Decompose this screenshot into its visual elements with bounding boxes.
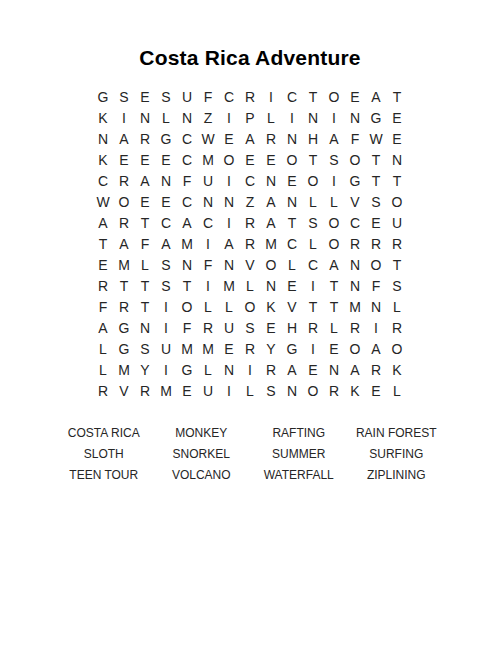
word-list-item: SNORKEL	[153, 444, 251, 465]
grid-cell[interactable]: L	[240, 381, 261, 402]
grid-cell[interactable]: N	[282, 192, 303, 213]
grid-cell[interactable]: R	[198, 318, 219, 339]
grid-cell[interactable]: C	[177, 150, 198, 171]
grid-cell[interactable]: E	[135, 150, 156, 171]
grid-cell[interactable]: F	[198, 255, 219, 276]
grid-cell[interactable]: R	[303, 318, 324, 339]
grid-cell[interactable]: L	[93, 339, 114, 360]
grid-cell[interactable]: N	[345, 108, 366, 129]
grid-cell[interactable]: P	[240, 108, 261, 129]
grid-cell[interactable]: T	[93, 234, 114, 255]
grid-cell[interactable]: M	[219, 276, 240, 297]
grid-cell[interactable]: E	[219, 129, 240, 150]
grid-cell[interactable]: R	[345, 318, 366, 339]
grid-cell[interactable]: E	[261, 150, 282, 171]
grid-cell[interactable]: U	[177, 87, 198, 108]
grid-cell[interactable]: R	[93, 381, 114, 402]
grid-cell[interactable]: R	[261, 129, 282, 150]
grid-cell[interactable]: T	[135, 213, 156, 234]
grid-cell[interactable]: F	[366, 276, 387, 297]
grid-cell[interactable]: W	[198, 129, 219, 150]
grid-cell[interactable]: E	[282, 276, 303, 297]
grid-cell[interactable]: E	[366, 213, 387, 234]
grid-cell[interactable]: M	[156, 381, 177, 402]
grid-cell[interactable]: G	[93, 87, 114, 108]
grid-cell[interactable]: I	[156, 360, 177, 381]
grid-cell[interactable]: S	[261, 381, 282, 402]
grid-cell[interactable]: N	[219, 192, 240, 213]
grid-cell[interactable]: L	[387, 297, 408, 318]
grid-cell[interactable]: T	[324, 297, 345, 318]
grid-cell[interactable]: T	[303, 87, 324, 108]
grid-cell[interactable]: S	[156, 276, 177, 297]
word-list-item: RAIN FOREST	[348, 423, 446, 444]
grid-cell[interactable]: K	[93, 150, 114, 171]
word-list-item: SURFING	[348, 444, 446, 465]
grid-cell[interactable]: T	[303, 297, 324, 318]
grid-cell[interactable]: E	[135, 192, 156, 213]
grid-cell[interactable]: G	[156, 129, 177, 150]
grid-cell[interactable]: H	[303, 129, 324, 150]
grid-cell[interactable]: G	[366, 108, 387, 129]
grid-cell[interactable]: O	[114, 192, 135, 213]
grid-cell[interactable]: R	[261, 360, 282, 381]
grid-cell[interactable]: E	[240, 150, 261, 171]
word-list: COSTA RICAMONKEYRAFTINGRAIN FORESTSLOTHS…	[55, 423, 445, 486]
grid-cell[interactable]: A	[219, 234, 240, 255]
grid-cell[interactable]: G	[177, 360, 198, 381]
grid-cell[interactable]: L	[261, 108, 282, 129]
grid-cell[interactable]: O	[177, 297, 198, 318]
grid-cell[interactable]: N	[156, 171, 177, 192]
grid-cell[interactable]: I	[324, 108, 345, 129]
grid-cell[interactable]: I	[324, 171, 345, 192]
grid-cell[interactable]: N	[219, 255, 240, 276]
grid-cell[interactable]: A	[93, 318, 114, 339]
grid-cell[interactable]: O	[387, 339, 408, 360]
grid-cell[interactable]: N	[324, 360, 345, 381]
grid-cell[interactable]: F	[93, 297, 114, 318]
grid-cell[interactable]: K	[387, 360, 408, 381]
grid-cell[interactable]: S	[387, 276, 408, 297]
grid-cell[interactable]: C	[156, 213, 177, 234]
grid-cell[interactable]: E	[282, 171, 303, 192]
grid-cell[interactable]: T	[114, 276, 135, 297]
grid-cell[interactable]: N	[345, 255, 366, 276]
grid-cell[interactable]: M	[177, 339, 198, 360]
grid-cell[interactable]: A	[324, 129, 345, 150]
grid-cell[interactable]: R	[366, 234, 387, 255]
grid-cell[interactable]: L	[324, 318, 345, 339]
grid-cell[interactable]: N	[135, 108, 156, 129]
grid-cell[interactable]: G	[114, 318, 135, 339]
grid-cell[interactable]: O	[240, 297, 261, 318]
grid-cell[interactable]: N	[219, 360, 240, 381]
grid-cell[interactable]: A	[261, 192, 282, 213]
grid-cell[interactable]: N	[93, 129, 114, 150]
grid-cell[interactable]: I	[198, 276, 219, 297]
grid-cell[interactable]: I	[114, 108, 135, 129]
grid-cell[interactable]: S	[156, 255, 177, 276]
grid-cell[interactable]: S	[324, 150, 345, 171]
grid-cell[interactable]: S	[240, 318, 261, 339]
grid-cell[interactable]: I	[366, 318, 387, 339]
grid-cell[interactable]: M	[198, 150, 219, 171]
grid-cell[interactable]: L	[303, 192, 324, 213]
grid-cell[interactable]: T	[324, 276, 345, 297]
grid-cell[interactable]: O	[366, 255, 387, 276]
grid-cell[interactable]: R	[387, 318, 408, 339]
grid-cell[interactable]: A	[135, 171, 156, 192]
grid-cell[interactable]: I	[303, 276, 324, 297]
grid-cell[interactable]: S	[135, 339, 156, 360]
grid-cell[interactable]: N	[282, 381, 303, 402]
grid-cell[interactable]: E	[345, 87, 366, 108]
word-search-grid: GSESUFCRICTOEATKINLNZIPLININGENARGCWEARN…	[93, 87, 408, 402]
grid-cell[interactable]: R	[135, 381, 156, 402]
grid-cell[interactable]: T	[366, 150, 387, 171]
grid-cell[interactable]: C	[282, 234, 303, 255]
grid-cell[interactable]: O	[282, 150, 303, 171]
grid-cell[interactable]: Z	[240, 192, 261, 213]
grid-cell[interactable]: R	[387, 234, 408, 255]
grid-cell[interactable]: E	[324, 339, 345, 360]
grid-cell[interactable]: R	[240, 234, 261, 255]
grid-cell[interactable]: M	[114, 360, 135, 381]
grid-cell[interactable]: A	[345, 360, 366, 381]
grid-cell[interactable]: V	[240, 255, 261, 276]
grid-cell[interactable]: R	[324, 381, 345, 402]
word-list-item: ZIPLINING	[348, 465, 446, 486]
grid-cell[interactable]: T	[135, 276, 156, 297]
puzzle-title: Costa Rica Adventure	[0, 0, 500, 70]
grid-cell[interactable]: O	[387, 192, 408, 213]
grid-cell[interactable]: A	[282, 360, 303, 381]
grid-cell[interactable]: I	[156, 297, 177, 318]
grid-cell[interactable]: L	[198, 360, 219, 381]
grid-cell[interactable]: T	[135, 297, 156, 318]
grid-cell[interactable]: F	[198, 87, 219, 108]
grid-cell[interactable]: M	[261, 234, 282, 255]
grid-cell[interactable]: S	[366, 192, 387, 213]
grid-cell[interactable]: K	[345, 381, 366, 402]
word-list-item: MONKEY	[153, 423, 251, 444]
grid-cell[interactable]: E	[114, 150, 135, 171]
grid-cell[interactable]: I	[282, 108, 303, 129]
grid-cell[interactable]: F	[345, 129, 366, 150]
grid-cell[interactable]: E	[177, 381, 198, 402]
grid-cell[interactable]: G	[345, 171, 366, 192]
grid-cell[interactable]: A	[240, 129, 261, 150]
grid-cell[interactable]: L	[135, 255, 156, 276]
grid-cell[interactable]: O	[219, 150, 240, 171]
grid-cell[interactable]: H	[282, 318, 303, 339]
grid-cell[interactable]: O	[324, 213, 345, 234]
grid-cell[interactable]: L	[156, 108, 177, 129]
grid-cell[interactable]: R	[114, 297, 135, 318]
grid-cell[interactable]: O	[324, 234, 345, 255]
grid-cell[interactable]: L	[303, 234, 324, 255]
grid-cell[interactable]: N	[261, 171, 282, 192]
grid-cell[interactable]: I	[261, 87, 282, 108]
grid-cell[interactable]: E	[387, 108, 408, 129]
word-list-item: WATERFALL	[250, 465, 348, 486]
grid-cell[interactable]: R	[240, 339, 261, 360]
grid-cell[interactable]: U	[198, 381, 219, 402]
grid-cell[interactable]: A	[366, 87, 387, 108]
grid-cell[interactable]: L	[198, 297, 219, 318]
grid-cell[interactable]: T	[303, 150, 324, 171]
grid-cell[interactable]: R	[114, 213, 135, 234]
grid-cell[interactable]: C	[198, 213, 219, 234]
grid-cell[interactable]: R	[240, 87, 261, 108]
grid-cell[interactable]: V	[114, 381, 135, 402]
word-list-item: SUMMER	[250, 444, 348, 465]
grid-cell[interactable]: C	[303, 255, 324, 276]
grid-cell[interactable]: W	[366, 129, 387, 150]
word-list-item: COSTA RICA	[55, 423, 153, 444]
word-list-item: SLOTH	[55, 444, 153, 465]
grid-cell[interactable]: L	[240, 276, 261, 297]
grid-cell[interactable]: T	[387, 87, 408, 108]
grid-cell[interactable]: G	[282, 339, 303, 360]
grid-cell[interactable]: R	[366, 360, 387, 381]
grid-cell[interactable]: E	[387, 129, 408, 150]
word-list-item: RAFTING	[250, 423, 348, 444]
grid-cell[interactable]: S	[303, 213, 324, 234]
grid-cell[interactable]: C	[345, 213, 366, 234]
grid-cell[interactable]: N	[135, 318, 156, 339]
grid-cell[interactable]: E	[219, 339, 240, 360]
grid-cell[interactable]: L	[219, 297, 240, 318]
word-list-item: VOLCANO	[153, 465, 251, 486]
grid-cell[interactable]: V	[345, 192, 366, 213]
grid-cell[interactable]: E	[303, 360, 324, 381]
grid-cell[interactable]: U	[156, 339, 177, 360]
grid-cell[interactable]: N	[198, 192, 219, 213]
grid-cell[interactable]: A	[93, 213, 114, 234]
grid-cell[interactable]: F	[135, 234, 156, 255]
grid-cell[interactable]: T	[282, 213, 303, 234]
grid-cell[interactable]: W	[93, 192, 114, 213]
grid-cell[interactable]: Y	[261, 339, 282, 360]
grid-cell[interactable]: N	[366, 297, 387, 318]
grid-cell[interactable]: U	[198, 171, 219, 192]
grid-cell[interactable]: M	[345, 297, 366, 318]
grid-cell[interactable]: O	[324, 87, 345, 108]
grid-cell[interactable]: T	[387, 255, 408, 276]
grid-cell[interactable]: A	[261, 213, 282, 234]
grid-cell[interactable]: Z	[198, 108, 219, 129]
grid-cell[interactable]: E	[156, 150, 177, 171]
grid-cell[interactable]: I	[198, 234, 219, 255]
grid-cell[interactable]: C	[240, 171, 261, 192]
grid-cell[interactable]: M	[198, 339, 219, 360]
grid-cell[interactable]: R	[345, 234, 366, 255]
grid-cell[interactable]: I	[156, 318, 177, 339]
grid-cell[interactable]: N	[261, 276, 282, 297]
grid-cell[interactable]: O	[303, 171, 324, 192]
puzzle-page: Costa Rica Adventure GSESUFCRICTOEATKINL…	[0, 0, 500, 647]
grid-cell[interactable]: O	[345, 339, 366, 360]
grid-cell[interactable]: M	[114, 255, 135, 276]
grid-cell[interactable]: L	[387, 381, 408, 402]
grid-cell[interactable]: K	[93, 108, 114, 129]
grid-cell[interactable]: R	[135, 129, 156, 150]
grid-cell[interactable]: C	[93, 171, 114, 192]
grid-cell[interactable]: T	[387, 171, 408, 192]
grid-cell[interactable]: N	[177, 108, 198, 129]
grid-cell[interactable]: S	[156, 87, 177, 108]
grid-cell[interactable]: G	[114, 339, 135, 360]
grid-cell[interactable]: U	[387, 213, 408, 234]
grid-cell[interactable]: A	[366, 339, 387, 360]
grid-cell[interactable]: O	[345, 150, 366, 171]
grid-cell[interactable]: T	[177, 276, 198, 297]
grid-cell[interactable]: S	[114, 87, 135, 108]
grid-cell[interactable]: N	[303, 108, 324, 129]
grid-cell[interactable]: A	[156, 234, 177, 255]
grid-cell[interactable]: U	[219, 318, 240, 339]
grid-cell[interactable]: R	[93, 276, 114, 297]
grid-cell[interactable]: F	[177, 318, 198, 339]
grid-cell[interactable]: K	[261, 297, 282, 318]
grid-cell[interactable]: A	[114, 129, 135, 150]
grid-cell[interactable]: V	[282, 297, 303, 318]
grid-cell[interactable]: O	[261, 255, 282, 276]
grid-cell[interactable]: C	[219, 87, 240, 108]
grid-cell[interactable]: Y	[135, 360, 156, 381]
grid-cell[interactable]: E	[156, 192, 177, 213]
grid-cell[interactable]: I	[219, 171, 240, 192]
grid-cell[interactable]: N	[345, 276, 366, 297]
grid-cell[interactable]: I	[219, 381, 240, 402]
grid-cell[interactable]: N	[387, 150, 408, 171]
grid-cell[interactable]: I	[219, 108, 240, 129]
grid-cell[interactable]: C	[177, 192, 198, 213]
grid-cell[interactable]: L	[324, 192, 345, 213]
grid-cell[interactable]: E	[261, 318, 282, 339]
grid-cell[interactable]: R	[240, 213, 261, 234]
grid-cell[interactable]: E	[135, 87, 156, 108]
grid-cell[interactable]: N	[282, 129, 303, 150]
grid-cell[interactable]: C	[177, 129, 198, 150]
grid-cell[interactable]: L	[93, 360, 114, 381]
grid-cell[interactable]: E	[93, 255, 114, 276]
word-list-item: TEEN TOUR	[55, 465, 153, 486]
grid-cell[interactable]: O	[303, 381, 324, 402]
grid-cell[interactable]: I	[240, 360, 261, 381]
grid-cell[interactable]: A	[114, 234, 135, 255]
grid-cell[interactable]: F	[177, 171, 198, 192]
grid-cell[interactable]: C	[282, 87, 303, 108]
grid-cell[interactable]: T	[366, 171, 387, 192]
grid-cell[interactable]: I	[219, 213, 240, 234]
grid-cell[interactable]: N	[177, 255, 198, 276]
grid-cell[interactable]: A	[177, 213, 198, 234]
grid-cell[interactable]: A	[324, 255, 345, 276]
grid-cell[interactable]: R	[114, 171, 135, 192]
grid-cell[interactable]: E	[366, 381, 387, 402]
grid-cell[interactable]: L	[282, 255, 303, 276]
grid-cell[interactable]: M	[177, 234, 198, 255]
grid-cell[interactable]: I	[303, 339, 324, 360]
